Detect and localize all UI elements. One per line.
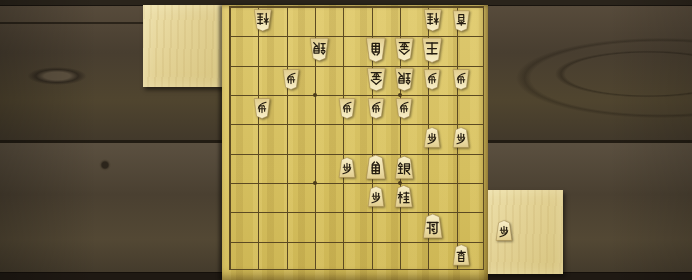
star-point bbox=[398, 181, 402, 185]
gote-piece-stand bbox=[143, 5, 223, 87]
star-point bbox=[313, 181, 317, 185]
sente-piece-stand bbox=[478, 190, 563, 274]
star-point bbox=[313, 93, 317, 97]
board-grid bbox=[229, 6, 484, 270]
shogi-board bbox=[222, 5, 488, 280]
shogi-photo-scene bbox=[0, 0, 692, 280]
star-point bbox=[398, 93, 402, 97]
